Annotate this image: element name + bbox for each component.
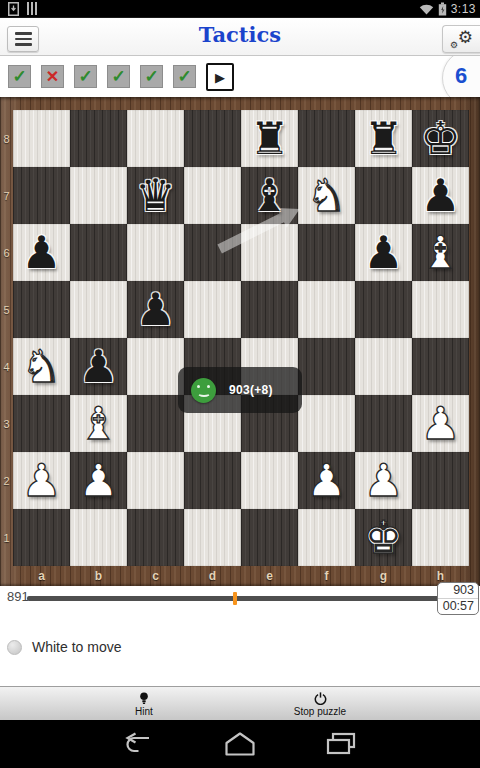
side-to-move-label: White to move [32, 639, 121, 655]
piece-black-rook[interactable]: ♜ [363, 110, 403, 167]
file-label-d: d [184, 566, 241, 586]
piece-white-knight[interactable]: ♞ [306, 167, 346, 224]
play-button[interactable]: ▶ [206, 63, 234, 91]
square-h6[interactable]: ♝ [412, 224, 469, 281]
square-h3[interactable]: ♟ [412, 395, 469, 452]
rank-label-5: 5 [0, 281, 13, 338]
timer: 00:57 [438, 598, 478, 614]
square-e8[interactable]: ♜ [241, 110, 298, 167]
square-g2[interactable]: ♟ [355, 452, 412, 509]
lightbulb-icon [139, 692, 149, 705]
battery-charging-icon [438, 2, 447, 16]
wifi-icon [419, 3, 434, 15]
status-bar: 3:13 [0, 0, 480, 18]
piece-white-bishop[interactable]: ♝ [420, 224, 460, 281]
notification-bars-icon [27, 2, 38, 15]
side-to-move-radio[interactable] [7, 640, 22, 655]
stop-puzzle-label: Stop puzzle [294, 706, 346, 717]
piece-black-pawn[interactable]: ♟ [21, 224, 61, 281]
piece-black-pawn[interactable]: ♟ [135, 281, 175, 338]
piece-white-pawn[interactable]: ♟ [420, 395, 460, 452]
square-f7[interactable]: ♞ [298, 167, 355, 224]
home-icon[interactable] [223, 731, 257, 757]
rating-timer-box: 903 00:57 [437, 582, 479, 615]
result-pass-3: ✓ [74, 65, 97, 88]
piece-black-rook[interactable]: ♜ [249, 110, 289, 167]
file-label-e: e [241, 566, 298, 586]
square-g1[interactable]: ♚ [355, 509, 412, 566]
square-g6[interactable]: ♟ [355, 224, 412, 281]
file-label-b: b [70, 566, 127, 586]
puzzle-counter-badge: 6 [442, 56, 480, 97]
hint-label: Hint [135, 706, 153, 717]
file-label-a: a [13, 566, 70, 586]
small-gear-icon: ⚙ [450, 40, 458, 50]
rank-label-8: 8 [0, 110, 13, 167]
app-screen: 3:13 Tactics ⚙ ⚙ ✓✕✓✓✓✓ ▶ 6 ♜♜♚♛♝♞♟♟♟♝♟♞… [0, 0, 480, 768]
page-title: Tactics [0, 22, 480, 47]
square-b3[interactable]: ♝ [70, 395, 127, 452]
rating-slider-thumb[interactable] [233, 592, 237, 605]
file-label-g: g [355, 566, 412, 586]
toolbar: Tactics ⚙ ⚙ [0, 18, 480, 56]
square-a2[interactable]: ♟ [13, 452, 70, 509]
piece-black-pawn[interactable]: ♟ [420, 167, 460, 224]
rank-label-2: 2 [0, 452, 13, 509]
rating-change-text: 903(+8) [229, 383, 273, 397]
recent-apps-icon[interactable] [324, 731, 358, 757]
power-icon [314, 692, 327, 705]
smiley-icon [191, 378, 216, 403]
rank-label-1: 1 [0, 509, 13, 566]
square-e7[interactable]: ♝ [241, 167, 298, 224]
square-a6[interactable]: ♟ [13, 224, 70, 281]
chess-board: ♜♜♚♛♝♞♟♟♟♝♟♞♟♝♟♟♟♟♟♚ 87654321 abcdefgh 9… [0, 97, 480, 586]
rating-change-tooltip: 903(+8) [178, 367, 302, 413]
rating-slider-row: 891 903 00:57 [0, 586, 480, 616]
piece-white-pawn[interactable]: ♟ [306, 452, 346, 509]
side-to-move-row: White to move [7, 639, 121, 655]
piece-white-pawn[interactable]: ♟ [21, 452, 61, 509]
piece-black-bishop[interactable]: ♝ [249, 167, 289, 224]
android-nav-bar [0, 720, 480, 768]
stop-puzzle-button[interactable]: Stop puzzle [250, 689, 390, 719]
square-b2[interactable]: ♟ [70, 452, 127, 509]
piece-black-pawn[interactable]: ♟ [78, 338, 118, 395]
square-f2[interactable]: ♟ [298, 452, 355, 509]
rank-label-6: 6 [0, 224, 13, 281]
file-label-c: c [127, 566, 184, 586]
square-g8[interactable]: ♜ [355, 110, 412, 167]
piece-black-king[interactable]: ♚ [420, 110, 460, 167]
piece-white-pawn[interactable]: ♟ [363, 452, 403, 509]
piece-white-knight[interactable]: ♞ [21, 338, 61, 395]
clock-text: 3:13 [451, 2, 476, 16]
puzzle-results-row: ✓✕✓✓✓✓ ▶ 6 [0, 56, 480, 97]
play-icon: ▶ [215, 70, 225, 85]
rank-label-7: 7 [0, 167, 13, 224]
square-b4[interactable]: ♟ [70, 338, 127, 395]
hint-button[interactable]: Hint [84, 689, 204, 719]
result-fail-2: ✕ [41, 65, 64, 88]
settings-button[interactable]: ⚙ ⚙ [442, 25, 480, 53]
rating-slider-track[interactable] [27, 596, 468, 601]
result-pass-1: ✓ [8, 65, 31, 88]
square-a4[interactable]: ♞ [13, 338, 70, 395]
square-c5[interactable]: ♟ [127, 281, 184, 338]
piece-white-king[interactable]: ♚ [363, 509, 403, 566]
usb-notification-icon [8, 2, 19, 16]
result-pass-6: ✓ [173, 65, 196, 88]
piece-white-pawn[interactable]: ♟ [78, 452, 118, 509]
square-h7[interactable]: ♟ [412, 167, 469, 224]
square-c7[interactable]: ♛ [127, 167, 184, 224]
back-icon[interactable] [121, 731, 155, 757]
gear-icon: ⚙ [458, 27, 473, 48]
result-pass-4: ✓ [107, 65, 130, 88]
rating-start-label: 891 [7, 589, 29, 604]
piece-white-bishop[interactable]: ♝ [78, 395, 118, 452]
piece-black-queen[interactable]: ♛ [135, 167, 175, 224]
result-pass-5: ✓ [140, 65, 163, 88]
piece-black-pawn[interactable]: ♟ [363, 224, 403, 281]
file-label-f: f [298, 566, 355, 586]
rank-label-3: 3 [0, 395, 13, 452]
puzzle-counter: 6 [455, 63, 467, 89]
rank-label-4: 4 [0, 338, 13, 395]
square-h8[interactable]: ♚ [412, 110, 469, 167]
current-rating: 903 [438, 583, 478, 598]
action-bar: Hint Stop puzzle [0, 686, 480, 720]
